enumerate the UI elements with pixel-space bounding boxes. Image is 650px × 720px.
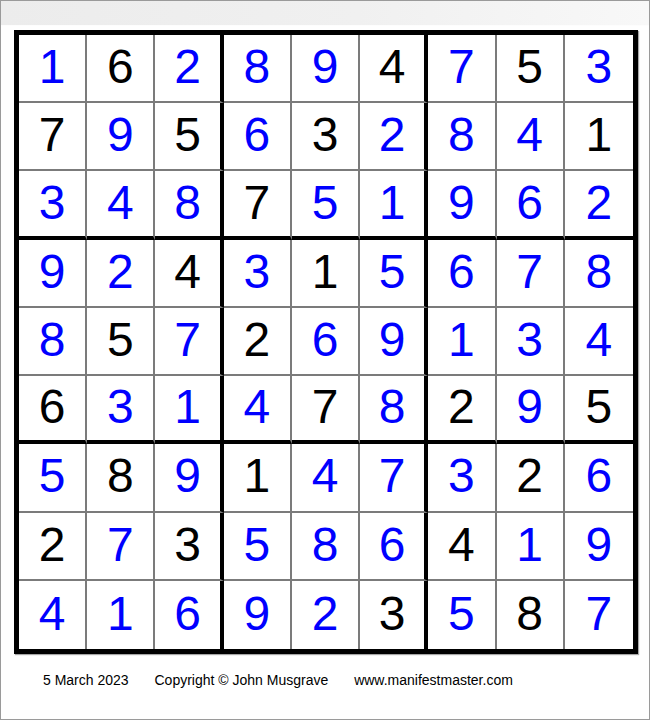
solution-digit: 3	[448, 452, 475, 500]
solution-digit: 8	[379, 383, 406, 431]
solution-digit: 4	[107, 179, 134, 227]
sudoku-cell-r2c6: 2	[360, 103, 428, 171]
solution-digit: 1	[379, 179, 406, 227]
sudoku-cell-r3c9: 2	[565, 171, 633, 239]
sudoku-cell-r7c5: 4	[292, 444, 360, 512]
sudoku-cell-r9c7: 5	[428, 581, 496, 649]
sudoku-cell-r1c8: 5	[497, 35, 565, 103]
solution-digit: 4	[39, 590, 66, 638]
sudoku-cell-r1c4: 8	[224, 35, 292, 103]
sudoku-cell-r6c2: 3	[87, 376, 155, 444]
sudoku-cell-r3c4: 7	[224, 171, 292, 239]
sudoku-cell-r6c3: 1	[155, 376, 223, 444]
solution-digit: 2	[174, 43, 201, 91]
sudoku-cell-r7c6: 7	[360, 444, 428, 512]
given-digit: 3	[174, 521, 201, 569]
sudoku-cell-r3c5: 5	[292, 171, 360, 239]
sudoku-cell-r2c7: 8	[428, 103, 496, 171]
sudoku-cell-r9c6: 3	[360, 581, 428, 649]
sudoku-cell-r2c9: 1	[565, 103, 633, 171]
page: 1628947537956328413487519629243156788572…	[0, 0, 650, 720]
solution-digit: 6	[174, 590, 201, 638]
solution-digit: 8	[448, 111, 475, 159]
sudoku-cell-r7c9: 6	[565, 444, 633, 512]
given-digit: 7	[243, 179, 270, 227]
sudoku-cell-r6c9: 5	[565, 376, 633, 444]
given-digit: 2	[39, 521, 66, 569]
solution-digit: 9	[312, 43, 339, 91]
sudoku-cell-r4c3: 4	[155, 240, 223, 308]
solution-digit: 7	[586, 590, 613, 638]
sudoku-cell-r8c7: 4	[428, 513, 496, 581]
solution-digit: 1	[516, 521, 543, 569]
sudoku-cell-r7c1: 5	[19, 444, 87, 512]
solution-digit: 7	[448, 43, 475, 91]
sudoku-cell-r8c8: 1	[497, 513, 565, 581]
sudoku-cell-r5c6: 9	[360, 308, 428, 376]
sudoku-cell-r8c2: 7	[87, 513, 155, 581]
sudoku-cell-r9c2: 1	[87, 581, 155, 649]
solution-digit: 6	[312, 316, 339, 364]
solution-digit: 1	[39, 43, 66, 91]
solution-digit: 5	[39, 452, 66, 500]
sudoku-cell-r1c1: 1	[19, 35, 87, 103]
sudoku-cell-r6c5: 7	[292, 376, 360, 444]
given-digit: 3	[379, 590, 406, 638]
solution-digit: 7	[379, 452, 406, 500]
given-digit: 4	[448, 521, 475, 569]
solution-digit: 4	[312, 452, 339, 500]
given-digit: 8	[516, 590, 543, 638]
solution-digit: 3	[516, 316, 543, 364]
sudoku-cell-r9c4: 9	[224, 581, 292, 649]
solution-digit: 3	[39, 179, 66, 227]
sudoku-cell-r8c4: 5	[224, 513, 292, 581]
solution-digit: 5	[379, 248, 406, 296]
sudoku-cell-r2c5: 3	[292, 103, 360, 171]
sudoku-cell-r2c2: 9	[87, 103, 155, 171]
solution-digit: 7	[174, 316, 201, 364]
sudoku-cell-r1c5: 9	[292, 35, 360, 103]
sudoku-cell-r3c2: 4	[87, 171, 155, 239]
given-digit: 5	[174, 111, 201, 159]
solution-digit: 6	[243, 111, 270, 159]
sudoku-cell-r9c3: 6	[155, 581, 223, 649]
sudoku-cell-r5c1: 8	[19, 308, 87, 376]
solution-digit: 7	[516, 248, 543, 296]
given-digit: 2	[243, 316, 270, 364]
sudoku-cell-r1c7: 7	[428, 35, 496, 103]
solution-digit: 9	[448, 179, 475, 227]
solution-digit: 8	[312, 521, 339, 569]
sudoku-cell-r7c4: 1	[224, 444, 292, 512]
sudoku-cell-r5c5: 6	[292, 308, 360, 376]
sudoku-cell-r4c4: 3	[224, 240, 292, 308]
solution-digit: 1	[448, 316, 475, 364]
solution-digit: 4	[243, 383, 270, 431]
sudoku-cell-r2c1: 7	[19, 103, 87, 171]
given-digit: 7	[312, 383, 339, 431]
solution-digit: 6	[379, 521, 406, 569]
sudoku-cell-r5c7: 1	[428, 308, 496, 376]
sudoku-cell-r9c1: 4	[19, 581, 87, 649]
sudoku-cell-r3c7: 9	[428, 171, 496, 239]
given-digit: 8	[107, 452, 134, 500]
sudoku-cell-r3c8: 6	[497, 171, 565, 239]
given-digit: 6	[107, 43, 134, 91]
sudoku-cell-r7c7: 3	[428, 444, 496, 512]
sudoku-cell-r5c9: 4	[565, 308, 633, 376]
sudoku-cell-r9c5: 2	[292, 581, 360, 649]
solution-digit: 2	[379, 111, 406, 159]
solution-digit: 9	[379, 316, 406, 364]
solution-digit: 9	[107, 111, 134, 159]
sudoku-cell-r8c3: 3	[155, 513, 223, 581]
sudoku-cell-r4c6: 5	[360, 240, 428, 308]
given-digit: 1	[586, 111, 613, 159]
given-digit: 2	[448, 383, 475, 431]
sudoku-grid: 1628947537956328413487519629243156788572…	[14, 30, 638, 654]
solution-digit: 9	[586, 521, 613, 569]
footer-copyright: Copyright © John Musgrave	[155, 672, 329, 688]
solution-digit: 9	[174, 452, 201, 500]
solution-digit: 9	[243, 590, 270, 638]
solution-digit: 1	[174, 383, 201, 431]
sudoku-cell-r8c9: 9	[565, 513, 633, 581]
sudoku-cell-r4c2: 2	[87, 240, 155, 308]
sudoku-cell-r1c3: 2	[155, 35, 223, 103]
sudoku-cell-r3c1: 3	[19, 171, 87, 239]
sudoku-cell-r6c6: 8	[360, 376, 428, 444]
solution-digit: 8	[174, 179, 201, 227]
solution-digit: 6	[516, 179, 543, 227]
solution-digit: 4	[516, 111, 543, 159]
solution-digit: 8	[586, 248, 613, 296]
sudoku-cell-r6c1: 6	[19, 376, 87, 444]
sudoku-cell-r4c9: 8	[565, 240, 633, 308]
solution-digit: 3	[243, 248, 270, 296]
solution-digit: 3	[586, 43, 613, 91]
given-digit: 1	[312, 248, 339, 296]
sudoku-cell-r6c4: 4	[224, 376, 292, 444]
solution-digit: 3	[107, 383, 134, 431]
solution-digit: 5	[243, 521, 270, 569]
sudoku-cell-r9c8: 8	[497, 581, 565, 649]
given-digit: 4	[379, 43, 406, 91]
sudoku-cell-r2c3: 5	[155, 103, 223, 171]
solution-digit: 8	[243, 43, 270, 91]
solution-digit: 2	[107, 248, 134, 296]
solution-digit: 7	[107, 521, 134, 569]
top-band	[1, 1, 649, 26]
sudoku-cell-r3c3: 8	[155, 171, 223, 239]
sudoku-cell-r6c7: 2	[428, 376, 496, 444]
sudoku-cell-r5c3: 7	[155, 308, 223, 376]
sudoku-cell-r8c1: 2	[19, 513, 87, 581]
sudoku-cell-r7c3: 9	[155, 444, 223, 512]
given-digit: 5	[586, 383, 613, 431]
sudoku-cell-r4c8: 7	[497, 240, 565, 308]
solution-digit: 9	[39, 248, 66, 296]
sudoku-cell-r1c6: 4	[360, 35, 428, 103]
sudoku-cell-r3c6: 1	[360, 171, 428, 239]
sudoku-cell-r5c8: 3	[497, 308, 565, 376]
solution-digit: 4	[586, 316, 613, 364]
sudoku-cell-r6c8: 9	[497, 376, 565, 444]
footer-date: 5 March 2023	[43, 672, 129, 688]
given-digit: 5	[107, 316, 134, 364]
sudoku-cell-r1c9: 3	[565, 35, 633, 103]
solution-digit: 2	[586, 179, 613, 227]
given-digit: 6	[39, 383, 66, 431]
sudoku-cell-r2c4: 6	[224, 103, 292, 171]
sudoku-cell-r7c8: 2	[497, 444, 565, 512]
footer-website: www.manifestmaster.com	[354, 672, 513, 688]
given-digit: 7	[39, 111, 66, 159]
sudoku-cell-r2c8: 4	[497, 103, 565, 171]
given-digit: 2	[516, 452, 543, 500]
sudoku-cell-r7c2: 8	[87, 444, 155, 512]
sudoku-cell-r8c5: 8	[292, 513, 360, 581]
sudoku-cell-r8c6: 6	[360, 513, 428, 581]
solution-digit: 5	[448, 590, 475, 638]
footer: 5 March 2023 Copyright © John Musgrave w…	[43, 672, 513, 688]
solution-digit: 6	[448, 248, 475, 296]
solution-digit: 8	[39, 316, 66, 364]
sudoku-cell-r4c5: 1	[292, 240, 360, 308]
given-digit: 1	[243, 452, 270, 500]
solution-digit: 6	[586, 452, 613, 500]
sudoku-cell-r4c1: 9	[19, 240, 87, 308]
given-digit: 3	[312, 111, 339, 159]
sudoku-cell-r5c4: 2	[224, 308, 292, 376]
solution-digit: 1	[107, 590, 134, 638]
solution-digit: 5	[312, 179, 339, 227]
given-digit: 5	[516, 43, 543, 91]
given-digit: 4	[174, 248, 201, 296]
sudoku-cell-r9c9: 7	[565, 581, 633, 649]
sudoku-cell-r1c2: 6	[87, 35, 155, 103]
solution-digit: 2	[312, 590, 339, 638]
sudoku-cell-r4c7: 6	[428, 240, 496, 308]
solution-digit: 9	[516, 383, 543, 431]
sudoku-cell-r5c2: 5	[87, 308, 155, 376]
